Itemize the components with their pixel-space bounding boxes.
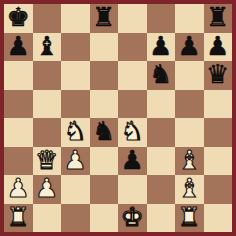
square-a2[interactable]: ♟ (4, 175, 33, 204)
square-a5[interactable] (4, 90, 33, 119)
square-g2[interactable]: ♝ (175, 175, 204, 204)
square-e3[interactable]: ♟ (118, 147, 147, 176)
square-a7[interactable]: ♟ (4, 33, 33, 62)
square-b4[interactable] (33, 118, 62, 147)
black-pawn[interactable]: ♟ (7, 33, 30, 59)
square-g3[interactable]: ♝ (175, 147, 204, 176)
square-a6[interactable] (4, 61, 33, 90)
white-pawn[interactable]: ♟ (7, 175, 30, 201)
square-b2[interactable]: ♟ (33, 175, 62, 204)
black-bishop[interactable]: ♝ (35, 33, 58, 59)
square-e2[interactable] (118, 175, 147, 204)
white-bishop[interactable]: ♝ (178, 147, 201, 173)
square-e6[interactable] (118, 61, 147, 90)
square-c2[interactable] (61, 175, 90, 204)
square-e5[interactable] (118, 90, 147, 119)
square-d3[interactable] (90, 147, 119, 176)
square-h8[interactable]: ♜ (204, 4, 233, 33)
square-d8[interactable]: ♜ (90, 4, 119, 33)
square-a4[interactable] (4, 118, 33, 147)
square-f6[interactable]: ♞ (147, 61, 176, 90)
square-f4[interactable] (147, 118, 176, 147)
square-d5[interactable] (90, 90, 119, 119)
square-f2[interactable] (147, 175, 176, 204)
square-h5[interactable] (204, 90, 233, 119)
black-rook[interactable]: ♜ (206, 4, 229, 30)
square-c6[interactable] (61, 61, 90, 90)
square-h6[interactable]: ♛ (204, 61, 233, 90)
square-e7[interactable] (118, 33, 147, 62)
square-b6[interactable] (33, 61, 62, 90)
black-pawn[interactable]: ♟ (206, 33, 229, 59)
square-h4[interactable] (204, 118, 233, 147)
white-queen[interactable]: ♛ (35, 147, 58, 173)
square-e4[interactable]: ♞ (118, 118, 147, 147)
white-king[interactable]: ♚ (121, 204, 144, 230)
square-g5[interactable] (175, 90, 204, 119)
square-c8[interactable] (61, 4, 90, 33)
square-f7[interactable]: ♟ (147, 33, 176, 62)
square-a1[interactable]: ♜ (4, 204, 33, 233)
square-b1[interactable] (33, 204, 62, 233)
square-h7[interactable]: ♟ (204, 33, 233, 62)
square-h2[interactable] (204, 175, 233, 204)
square-c1[interactable] (61, 204, 90, 233)
black-pawn[interactable]: ♟ (149, 33, 172, 59)
black-knight[interactable]: ♞ (149, 61, 172, 87)
square-f3[interactable] (147, 147, 176, 176)
black-rook[interactable]: ♜ (92, 4, 115, 30)
white-pawn[interactable]: ♟ (64, 147, 87, 173)
black-king[interactable]: ♚ (7, 4, 30, 30)
square-h1[interactable] (204, 204, 233, 233)
black-pawn[interactable]: ♟ (121, 147, 144, 173)
square-a8[interactable]: ♚ (4, 4, 33, 33)
square-f1[interactable] (147, 204, 176, 233)
black-knight[interactable]: ♞ (92, 118, 115, 144)
chess-board: ♚♜♜♟♝♟♟♟♞♛♞♞♞♛♟♟♝♟♟♝♜♚♜ (4, 4, 232, 232)
square-b5[interactable] (33, 90, 62, 119)
black-pawn[interactable]: ♟ (178, 33, 201, 59)
square-e8[interactable] (118, 4, 147, 33)
square-g4[interactable] (175, 118, 204, 147)
square-e1[interactable]: ♚ (118, 204, 147, 233)
square-d2[interactable] (90, 175, 119, 204)
chess-board-frame: ♚♜♜♟♝♟♟♟♞♛♞♞♞♛♟♟♝♟♟♝♜♚♜ (0, 0, 236, 236)
square-d1[interactable] (90, 204, 119, 233)
white-bishop[interactable]: ♝ (178, 175, 201, 201)
square-f5[interactable] (147, 90, 176, 119)
black-queen[interactable]: ♛ (206, 61, 229, 87)
square-a3[interactable] (4, 147, 33, 176)
square-c4[interactable]: ♞ (61, 118, 90, 147)
white-rook[interactable]: ♜ (178, 204, 201, 230)
square-h3[interactable] (204, 147, 233, 176)
square-f8[interactable] (147, 4, 176, 33)
square-d7[interactable] (90, 33, 119, 62)
white-knight[interactable]: ♞ (121, 118, 144, 144)
square-g8[interactable] (175, 4, 204, 33)
white-pawn[interactable]: ♟ (35, 175, 58, 201)
square-b7[interactable]: ♝ (33, 33, 62, 62)
square-c3[interactable]: ♟ (61, 147, 90, 176)
square-g6[interactable] (175, 61, 204, 90)
square-b8[interactable] (33, 4, 62, 33)
white-rook[interactable]: ♜ (7, 204, 30, 230)
square-g7[interactable]: ♟ (175, 33, 204, 62)
square-c5[interactable] (61, 90, 90, 119)
white-knight[interactable]: ♞ (64, 118, 87, 144)
square-d6[interactable] (90, 61, 119, 90)
square-g1[interactable]: ♜ (175, 204, 204, 233)
square-c7[interactable] (61, 33, 90, 62)
square-d4[interactable]: ♞ (90, 118, 119, 147)
square-b3[interactable]: ♛ (33, 147, 62, 176)
